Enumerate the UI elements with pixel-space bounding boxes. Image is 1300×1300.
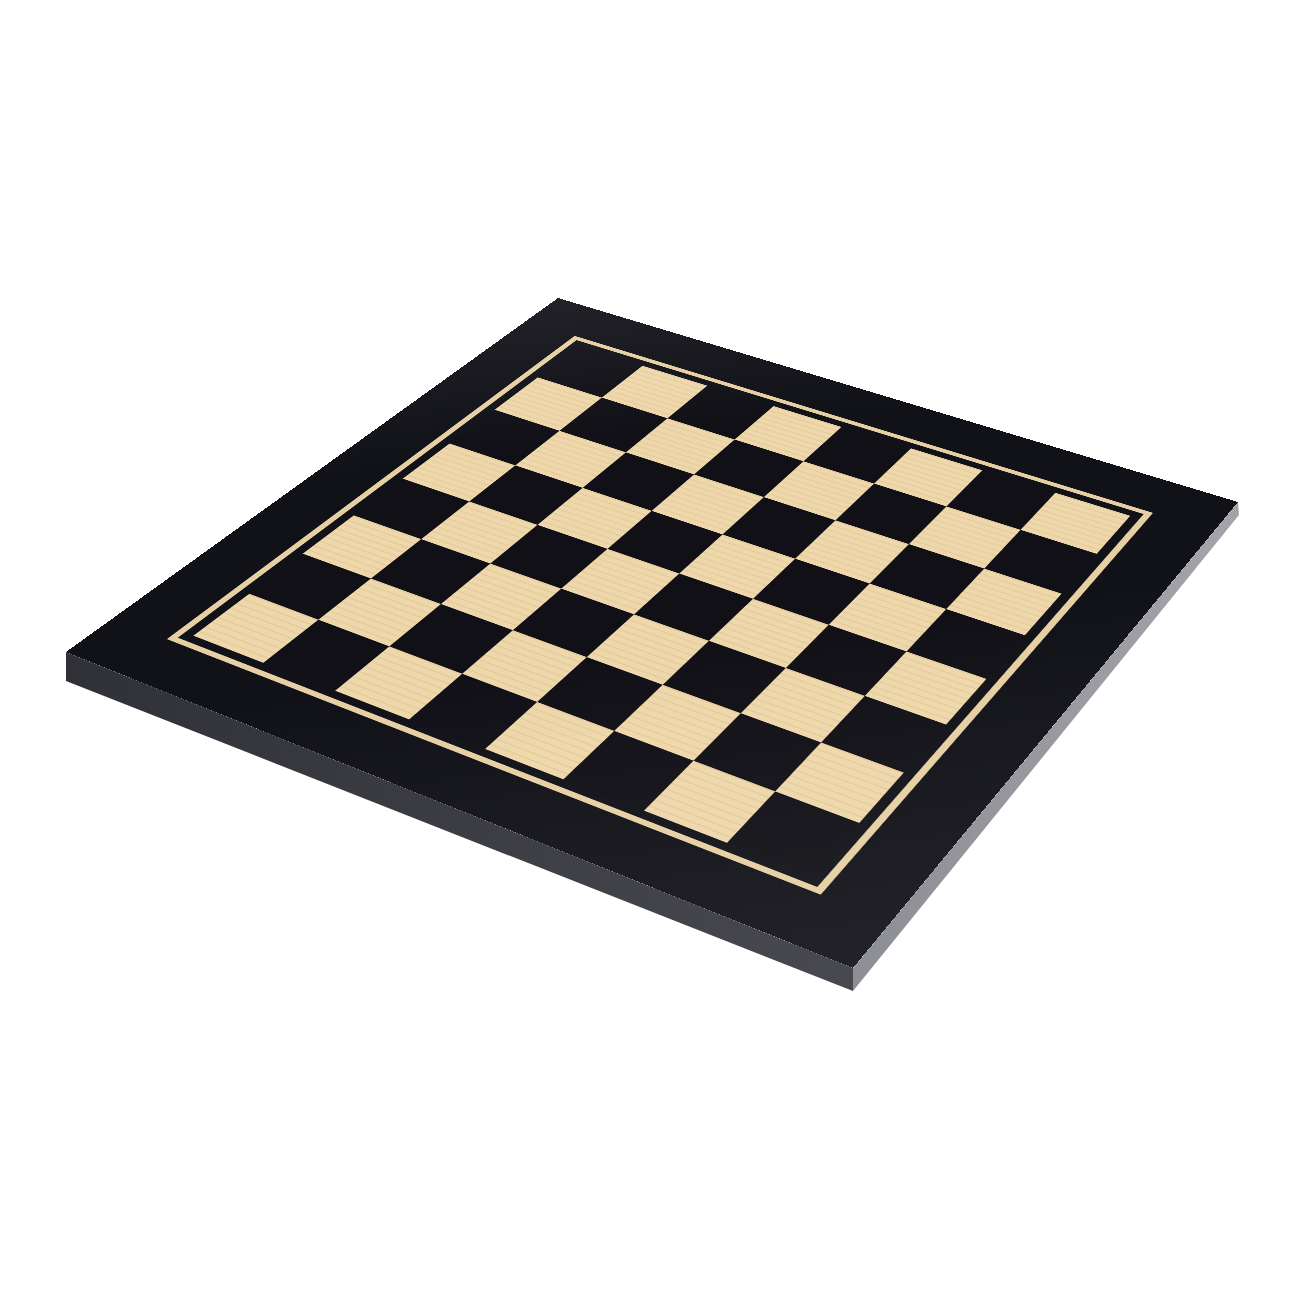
chessboard	[66, 298, 1238, 968]
product-photo-canvas	[0, 0, 1300, 1300]
playing-field	[193, 346, 1130, 876]
